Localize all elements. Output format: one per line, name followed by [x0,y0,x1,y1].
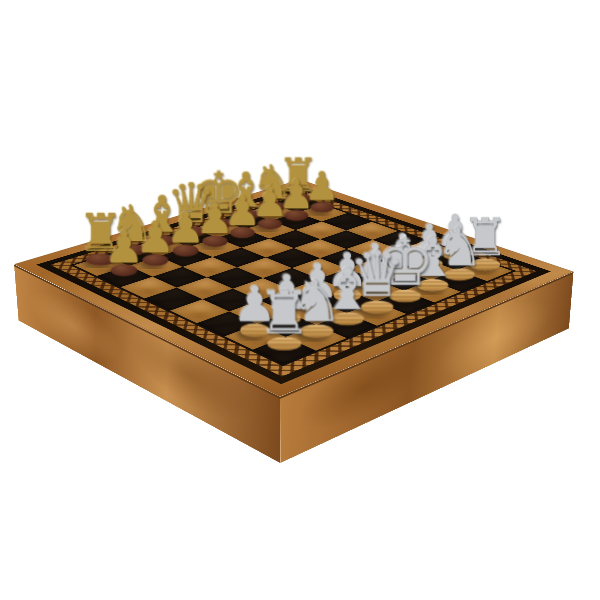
piece-base [267,337,301,351]
white-rook-glyph: ♜ [258,283,311,343]
chess-photo-scene: ♜♞♝♛♚♝♞♜♟♟♟♟♟♟♟♟♟♟♟♟♟♟♟♟♜♞♝♛♚♝♞♜ [0,0,600,600]
piece-white-rook-a1[interactable]: ♜ [259,282,309,351]
piece-base [111,264,137,276]
chess-board-box: ♜♞♝♛♚♝♞♜♟♟♟♟♟♟♟♟♟♟♟♟♟♟♟♟♜♞♝♛♚♝♞♜ [14,180,574,397]
piece-black-pawn-a7[interactable]: ♟ [102,223,147,276]
black-pawn-glyph: ♟ [104,224,144,269]
